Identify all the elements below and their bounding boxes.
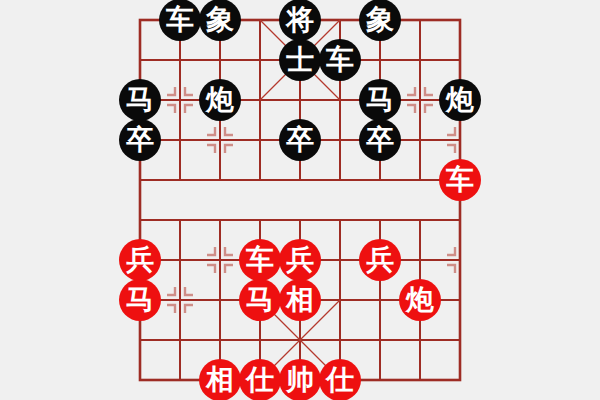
piece-black-horse[interactable]: 马 [119,79,161,121]
piece-black-elephant[interactable]: 象 [199,0,241,41]
piece-black-general[interactable]: 将 [279,0,321,41]
piece-red-elephant[interactable]: 相 [279,279,321,321]
piece-red-advisor[interactable]: 仕 [239,359,281,400]
piece-red-elephant[interactable]: 相 [199,359,241,400]
piece-black-elephant[interactable]: 象 [359,0,401,41]
piece-black-advisor[interactable]: 士 [279,39,321,81]
piece-black-horse[interactable]: 马 [359,79,401,121]
piece-black-soldier[interactable]: 卒 [119,119,161,161]
piece-black-cannon[interactable]: 炮 [439,79,481,121]
piece-red-horse[interactable]: 马 [239,279,281,321]
piece-red-soldier[interactable]: 兵 [279,239,321,281]
piece-red-soldier[interactable]: 兵 [119,239,161,281]
piece-red-general[interactable]: 帅 [279,359,321,400]
piece-black-chariot[interactable]: 车 [319,39,361,81]
piece-red-advisor[interactable]: 仕 [319,359,361,400]
piece-red-chariot[interactable]: 车 [239,239,281,281]
piece-red-horse[interactable]: 马 [119,279,161,321]
piece-red-chariot[interactable]: 车 [439,159,481,201]
piece-black-soldier[interactable]: 卒 [279,119,321,161]
piece-black-soldier[interactable]: 卒 [359,119,401,161]
xiangqi-diagram: 车象将象士车马炮马炮卒卒卒车兵车兵兵马马相炮相仕帅仕 [0,0,600,400]
piece-black-chariot[interactable]: 车 [159,0,201,41]
xiangqi-board[interactable]: 车象将象士车马炮马炮卒卒卒车兵车兵兵马马相炮相仕帅仕 [120,0,480,400]
piece-black-cannon[interactable]: 炮 [199,79,241,121]
piece-red-soldier[interactable]: 兵 [359,239,401,281]
piece-red-cannon[interactable]: 炮 [399,279,441,321]
